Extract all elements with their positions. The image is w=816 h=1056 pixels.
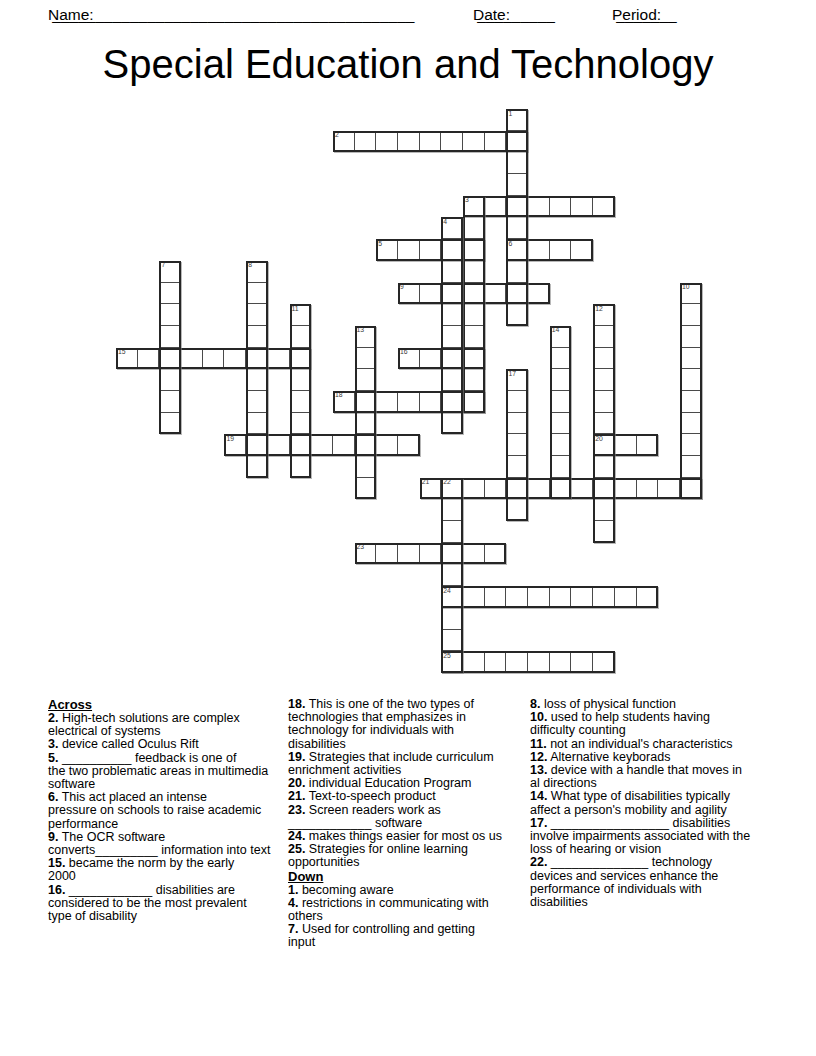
grid-cell[interactable]: 24 <box>441 586 463 608</box>
grid-cell[interactable] <box>463 239 485 261</box>
grid-cell[interactable] <box>246 348 268 370</box>
grid-cell[interactable] <box>593 499 615 521</box>
grid-cell[interactable] <box>159 326 181 348</box>
clue-18: 18. This is one of the two types of tech… <box>288 698 502 751</box>
grid-cell[interactable] <box>463 283 485 305</box>
clue-number-label: 13. <box>530 763 547 777</box>
grid-cell[interactable] <box>463 326 485 348</box>
grid-cell[interactable] <box>246 434 268 456</box>
clue-number: 1 <box>508 110 512 118</box>
grid-cell[interactable] <box>550 196 572 218</box>
grid-cell[interactable] <box>571 586 593 608</box>
grid-cell[interactable] <box>593 369 615 391</box>
clue-number: 11 <box>292 305 299 313</box>
grid-cell[interactable] <box>355 348 377 370</box>
grid-cell[interactable] <box>550 478 572 500</box>
grid-cell[interactable] <box>441 304 463 326</box>
grid-cell[interactable] <box>441 608 463 630</box>
clue-number: 22 <box>443 478 451 486</box>
grid-cell[interactable] <box>355 369 377 391</box>
grid-cell[interactable] <box>181 348 203 370</box>
clue-16: 16. ____________ disabilities are consid… <box>48 884 270 924</box>
grid-cell[interactable] <box>333 434 355 456</box>
clue-9: 9. The OCR software converts_________ in… <box>48 831 270 857</box>
grid-cell[interactable] <box>376 391 398 413</box>
clue-number-label: 7. <box>288 922 298 936</box>
clue-number: 6 <box>508 240 512 248</box>
grid-cell[interactable] <box>528 586 550 608</box>
clue-number-label: 8. <box>530 697 540 711</box>
name-field: Name: __________________________________… <box>48 3 52 21</box>
grid-cell[interactable] <box>593 521 615 543</box>
grid-cell[interactable] <box>528 283 550 305</box>
clue-number: 3 <box>465 196 469 204</box>
grid-cell[interactable] <box>506 499 528 521</box>
date-field: Date: _________ <box>473 3 477 21</box>
grid-cell[interactable] <box>246 304 268 326</box>
grid-cell[interactable] <box>398 543 420 565</box>
grid-cell[interactable] <box>593 413 615 435</box>
clue-number-label: 14. <box>530 789 547 803</box>
grid-cell[interactable] <box>441 239 463 261</box>
grid-cell[interactable] <box>593 348 615 370</box>
grid-cell[interactable] <box>593 456 615 478</box>
clue-7: 7. Used for controlling and getting inpu… <box>288 923 502 949</box>
grid-cell[interactable] <box>571 478 593 500</box>
grid-cell[interactable]: 20 <box>593 434 615 456</box>
grid-cell[interactable] <box>268 348 290 370</box>
grid-cell[interactable] <box>550 391 572 413</box>
grid-cell[interactable] <box>159 413 181 435</box>
clue-number-label: 23. <box>288 803 305 817</box>
grid-cell[interactable] <box>441 283 463 305</box>
clue-column-1: Across2. High-tech solutions are complex… <box>48 698 270 923</box>
grid-cell[interactable] <box>290 326 312 348</box>
clue-number: 7 <box>161 261 165 269</box>
grid-cell[interactable]: 12 <box>593 304 615 326</box>
clue-number: 17 <box>508 370 516 378</box>
grid-cell[interactable] <box>376 434 398 456</box>
grid-cell[interactable] <box>615 478 637 500</box>
grid-cell[interactable] <box>159 283 181 305</box>
grid-cell[interactable] <box>680 391 702 413</box>
grid-cell[interactable] <box>506 174 528 196</box>
grid-cell[interactable] <box>637 586 659 608</box>
grid-cell[interactable] <box>550 413 572 435</box>
grid-cell[interactable] <box>658 478 680 500</box>
clue-14: 14. What type of disabilities typically … <box>530 790 750 816</box>
grid-cell[interactable] <box>593 196 615 218</box>
grid-cell[interactable]: 2 <box>333 131 355 153</box>
grid-cell[interactable] <box>246 283 268 305</box>
grid-cell[interactable] <box>463 543 485 565</box>
grid-cell[interactable] <box>159 391 181 413</box>
clue-number: 4 <box>443 218 447 226</box>
grid-cell[interactable] <box>463 391 485 413</box>
grid-cell[interactable] <box>290 434 312 456</box>
grid-cell[interactable] <box>506 413 528 435</box>
grid-cell[interactable] <box>420 348 442 370</box>
grid-cell[interactable]: 6 <box>506 239 528 261</box>
grid-cell[interactable] <box>506 586 528 608</box>
grid-cell[interactable] <box>246 326 268 348</box>
clue-25: 25. Strategies for online learning oppor… <box>288 843 502 869</box>
grid-cell[interactable] <box>680 413 702 435</box>
grid-cell[interactable] <box>441 564 463 586</box>
grid-cell[interactable] <box>485 131 507 153</box>
grid-cell[interactable] <box>420 283 442 305</box>
grid-cell[interactable] <box>615 434 637 456</box>
grid-cell[interactable] <box>550 369 572 391</box>
grid-cell[interactable] <box>506 478 528 500</box>
grid-cell[interactable] <box>355 391 377 413</box>
clue-number-label: 16. <box>48 883 65 897</box>
grid-cell[interactable]: 18 <box>333 391 355 413</box>
grid-cell[interactable] <box>637 434 659 456</box>
clue-11: 11. not an individual's characteristics <box>530 738 750 751</box>
clue-4: 4. restrictions in communicating with ot… <box>288 897 502 923</box>
grid-cell[interactable]: 21 <box>420 478 442 500</box>
clue-column-3: 8. loss of physical function10. used to … <box>530 698 750 909</box>
grid-cell[interactable] <box>398 391 420 413</box>
grid-cell[interactable] <box>290 456 312 478</box>
grid-cell[interactable] <box>420 239 442 261</box>
clue-number-label: 2. <box>48 711 58 725</box>
clue-number: 19 <box>226 435 234 443</box>
clue-13: 13. device with a handle that moves in a… <box>530 764 750 790</box>
grid-cell[interactable]: 14 <box>550 326 572 348</box>
grid-cell[interactable] <box>441 348 463 370</box>
grid-cell[interactable] <box>441 413 463 435</box>
grid-cell[interactable] <box>441 630 463 652</box>
clue-2: 2. High-tech solutions are complex elect… <box>48 712 270 738</box>
grid-cell[interactable] <box>506 651 528 673</box>
grid-cell[interactable] <box>593 391 615 413</box>
grid-cell[interactable] <box>376 543 398 565</box>
grid-cell[interactable] <box>441 131 463 153</box>
grid-cell[interactable] <box>311 434 333 456</box>
grid-cell[interactable] <box>246 391 268 413</box>
grid-cell[interactable] <box>593 478 615 500</box>
clue-number-label: 20. <box>288 776 305 790</box>
clue-number: 8 <box>248 261 252 269</box>
clue-6: 6. This act placed an intense pressure o… <box>48 791 270 831</box>
clue-number-label: 17. <box>530 816 547 830</box>
clue-number-label: 10. <box>530 710 547 724</box>
clue-number-label: 5. <box>48 751 58 765</box>
crossword-board: 1234567891011121314151617181920212223242… <box>116 109 702 673</box>
grid-cell[interactable] <box>420 391 442 413</box>
clue-column-2: 18. This is one of the two types of tech… <box>288 698 502 950</box>
grid-cell[interactable]: 10 <box>680 283 702 305</box>
grid-cell[interactable] <box>571 196 593 218</box>
grid-cell[interactable] <box>550 456 572 478</box>
grid-cell[interactable] <box>355 456 377 478</box>
grid-cell[interactable] <box>246 413 268 435</box>
clue-17: 17. _________________ disabilities invol… <box>530 817 750 857</box>
grid-cell[interactable] <box>506 456 528 478</box>
grid-cell[interactable] <box>441 521 463 543</box>
clue-number: 5 <box>378 240 382 248</box>
grid-cell[interactable] <box>398 434 420 456</box>
clue-5: 5. __________ feedback is one of the two… <box>48 752 270 792</box>
grid-cell[interactable] <box>593 586 615 608</box>
clue-number: 12 <box>595 305 603 313</box>
grid-cell[interactable] <box>506 391 528 413</box>
clue-number: 15 <box>118 348 126 356</box>
grid-cell[interactable] <box>420 543 442 565</box>
grid-cell[interactable] <box>506 434 528 456</box>
period-blank: _______ <box>616 6 676 24</box>
clue-number-label: 19. <box>288 750 305 764</box>
grid-cell[interactable] <box>550 651 572 673</box>
grid-cell[interactable] <box>355 413 377 435</box>
grid-cell[interactable]: 15 <box>116 348 138 370</box>
grid-cell[interactable] <box>506 196 528 218</box>
grid-cell[interactable] <box>680 434 702 456</box>
clue-number: 2 <box>335 131 339 139</box>
grid-cell[interactable]: 9 <box>398 283 420 305</box>
grid-cell[interactable] <box>463 369 485 391</box>
grid-cell[interactable]: 22 <box>441 478 463 500</box>
grid-cell[interactable] <box>398 131 420 153</box>
clue-number-label: 4. <box>288 896 298 910</box>
grid-cell[interactable] <box>376 131 398 153</box>
grid-cell[interactable]: 17 <box>506 369 528 391</box>
grid-cell[interactable] <box>528 196 550 218</box>
grid-cell[interactable] <box>593 651 615 673</box>
clue-number-label: 21. <box>288 789 305 803</box>
grid-cell[interactable] <box>680 456 702 478</box>
grid-cell[interactable] <box>506 217 528 239</box>
grid-cell[interactable] <box>680 326 702 348</box>
grid-cell[interactable] <box>398 239 420 261</box>
clue-number-label: 25. <box>288 842 305 856</box>
clue-number: 20 <box>595 435 603 443</box>
grid-cell[interactable] <box>138 348 160 370</box>
grid-cell[interactable] <box>159 304 181 326</box>
grid-cell[interactable]: 1 <box>506 109 528 131</box>
grid-cell[interactable] <box>268 434 290 456</box>
grid-cell[interactable]: 16 <box>398 348 420 370</box>
grid-cell[interactable] <box>441 391 463 413</box>
grid-cell[interactable]: 3 <box>463 196 485 218</box>
grid-cell[interactable] <box>290 391 312 413</box>
grid-cell[interactable]: 4 <box>441 217 463 239</box>
grid-cell[interactable] <box>485 543 507 565</box>
grid-cell[interactable] <box>506 152 528 174</box>
grid-cell[interactable] <box>441 369 463 391</box>
grid-cell[interactable]: 19 <box>224 434 246 456</box>
clue-number-label: 12. <box>530 750 547 764</box>
clue-22: 22. ______________ technology devices an… <box>530 856 750 909</box>
grid-cell[interactable] <box>550 586 572 608</box>
clue-number: 10 <box>682 283 690 291</box>
clue-number: 25 <box>443 652 451 660</box>
clue-number: 21 <box>422 478 430 486</box>
grid-cell[interactable]: 7 <box>159 261 181 283</box>
grid-cell[interactable] <box>159 348 181 370</box>
across-heading: Across <box>48 698 270 712</box>
grid-cell[interactable]: 13 <box>355 326 377 348</box>
grid-cell[interactable] <box>463 348 485 370</box>
grid-cell[interactable] <box>290 348 312 370</box>
grid-cell[interactable] <box>463 217 485 239</box>
grid-cell[interactable] <box>463 304 485 326</box>
grid-cell[interactable] <box>615 586 637 608</box>
grid-cell[interactable] <box>246 456 268 478</box>
clue-number: 23 <box>357 543 365 551</box>
grid-cell[interactable] <box>441 543 463 565</box>
grid-cell[interactable] <box>680 478 702 500</box>
grid-cell[interactable] <box>485 478 507 500</box>
clue-15: 15. became the norm by the early 2000 <box>48 857 270 883</box>
grid-cell[interactable]: 25 <box>441 651 463 673</box>
grid-cell[interactable] <box>593 326 615 348</box>
grid-cell[interactable] <box>680 304 702 326</box>
grid-cell[interactable] <box>355 131 377 153</box>
grid-cell[interactable] <box>506 283 528 305</box>
grid-cell[interactable] <box>203 348 225 370</box>
grid-cell[interactable] <box>441 499 463 521</box>
grid-cell[interactable] <box>355 478 377 500</box>
grid-cell[interactable] <box>441 261 463 283</box>
puzzle-title: Special Education and Technology <box>0 42 816 86</box>
clue-19: 19. Strategies that include curriculum e… <box>288 751 502 777</box>
grid-cell[interactable] <box>528 478 550 500</box>
grid-cell[interactable] <box>680 369 702 391</box>
grid-cell[interactable] <box>637 478 659 500</box>
clue-1: 1. becoming aware <box>288 884 502 897</box>
clue-number: 24 <box>443 587 451 595</box>
grid-cell[interactable] <box>463 586 485 608</box>
grid-cell[interactable] <box>224 348 246 370</box>
grid-cell[interactable] <box>528 239 550 261</box>
grid-cell[interactable] <box>485 283 507 305</box>
grid-cell[interactable] <box>506 131 528 153</box>
grid-cell[interactable] <box>463 261 485 283</box>
clue-number-label: 1. <box>288 883 298 897</box>
grid-cell[interactable] <box>485 651 507 673</box>
grid-cell[interactable] <box>506 261 528 283</box>
clue-number-label: 18. <box>288 697 305 711</box>
grid-cell[interactable] <box>550 348 572 370</box>
grid-cell[interactable] <box>571 651 593 673</box>
grid-cell[interactable] <box>159 369 181 391</box>
clue-number-label: 11. <box>530 737 547 751</box>
grid-cell[interactable] <box>528 651 550 673</box>
grid-cell[interactable] <box>680 348 702 370</box>
clue-10: 10. used to help students having difficu… <box>530 711 750 737</box>
grid-cell[interactable] <box>441 326 463 348</box>
clue-23: 23. Screen readers work as ____________ … <box>288 804 502 830</box>
grid-cell[interactable] <box>463 131 485 153</box>
clue-number-label: 15. <box>48 856 65 870</box>
clue-number: 18 <box>335 391 343 399</box>
clue-number-label: 9. <box>48 830 58 844</box>
clues-section: Across2. High-tech solutions are complex… <box>0 698 816 978</box>
worksheet-page: Name: __________________________________… <box>0 0 816 1056</box>
grid-cell[interactable] <box>550 239 572 261</box>
name-blank: ________________________________________… <box>52 6 414 24</box>
grid-cell[interactable]: 23 <box>355 543 377 565</box>
grid-cell[interactable] <box>506 304 528 326</box>
grid-cell[interactable] <box>355 434 377 456</box>
clue-number: 9 <box>400 283 404 291</box>
grid-cell[interactable] <box>463 478 485 500</box>
grid-cell[interactable] <box>550 434 572 456</box>
grid-cell[interactable] <box>420 131 442 153</box>
grid-cell[interactable] <box>290 369 312 391</box>
grid-cell[interactable]: 8 <box>246 261 268 283</box>
grid-cell[interactable] <box>485 196 507 218</box>
clue-number-label: 24. <box>288 829 305 843</box>
grid-cell[interactable] <box>463 651 485 673</box>
grid-cell[interactable]: 5 <box>376 239 398 261</box>
grid-cell[interactable] <box>246 369 268 391</box>
grid-cell[interactable]: 11 <box>290 304 312 326</box>
date-blank: _________ <box>477 6 555 24</box>
clue-21: 21. Text-to-speech product <box>288 790 502 803</box>
grid-cell[interactable] <box>485 586 507 608</box>
clue-number-label: 3. <box>48 737 58 751</box>
clue-number-label: 22. <box>530 855 547 869</box>
clue-number: 16 <box>400 348 408 356</box>
clue-number: 13 <box>357 326 365 334</box>
grid-cell[interactable] <box>290 413 312 435</box>
clue-number-label: 6. <box>48 790 58 804</box>
clue-number: 14 <box>552 326 560 334</box>
clue-3: 3. device called Oculus Rift <box>48 738 270 751</box>
grid-cell[interactable] <box>571 239 593 261</box>
period-field: Period: _______ <box>612 3 616 21</box>
down-heading: Down <box>288 870 502 884</box>
